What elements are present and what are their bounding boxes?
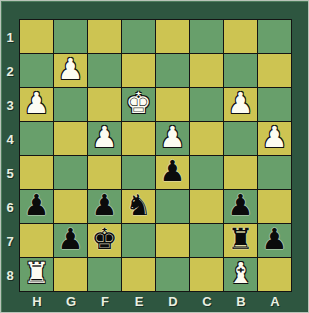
square-e7[interactable] <box>122 224 155 257</box>
square-a3[interactable] <box>258 88 291 121</box>
black-king: ♚ <box>92 225 118 254</box>
black-pawn: ♟ <box>160 157 186 186</box>
square-c8[interactable] <box>190 258 223 291</box>
square-d3[interactable] <box>156 88 189 121</box>
square-b5[interactable] <box>224 156 257 189</box>
square-h8[interactable]: ♜ <box>20 258 53 291</box>
square-f5[interactable] <box>88 156 121 189</box>
chess-board-panel: 12345678 ♟♟♚♟♟♟♟♟♟♟♞♟♟♚♜♟♜♝ HGFEDCBA <box>0 0 309 313</box>
rank-label-2: 2 <box>1 54 19 88</box>
square-h1[interactable] <box>20 20 53 53</box>
rank-labels: 12345678 <box>1 20 19 292</box>
square-e3[interactable]: ♚ <box>122 88 155 121</box>
rank-label-3: 3 <box>1 88 19 122</box>
square-g1[interactable] <box>54 20 87 53</box>
square-h5[interactable] <box>20 156 53 189</box>
square-g2[interactable]: ♟ <box>54 54 87 87</box>
black-pawn: ♟ <box>58 225 84 254</box>
square-b4[interactable] <box>224 122 257 155</box>
square-b3[interactable]: ♟ <box>224 88 257 121</box>
file-labels: HGFEDCBA <box>20 292 292 311</box>
square-a4[interactable]: ♟ <box>258 122 291 155</box>
black-pawn: ♟ <box>24 191 50 220</box>
square-b1[interactable] <box>224 20 257 53</box>
black-knight: ♞ <box>126 191 152 220</box>
white-bishop: ♝ <box>228 259 254 288</box>
square-f3[interactable] <box>88 88 121 121</box>
square-g4[interactable] <box>54 122 87 155</box>
square-d5[interactable]: ♟ <box>156 156 189 189</box>
rank-label-5: 5 <box>1 156 19 190</box>
square-b8[interactable]: ♝ <box>224 258 257 291</box>
square-c6[interactable] <box>190 190 223 223</box>
rank-label-8: 8 <box>1 258 19 292</box>
square-g6[interactable] <box>54 190 87 223</box>
file-label-f: F <box>88 292 122 311</box>
square-a6[interactable] <box>258 190 291 223</box>
square-f7[interactable]: ♚ <box>88 224 121 257</box>
square-a2[interactable] <box>258 54 291 87</box>
square-b6[interactable]: ♟ <box>224 190 257 223</box>
rank-label-1: 1 <box>1 20 19 54</box>
square-d4[interactable]: ♟ <box>156 122 189 155</box>
file-label-e: E <box>122 292 156 311</box>
white-pawn: ♟ <box>24 89 50 118</box>
square-d7[interactable] <box>156 224 189 257</box>
file-label-d: D <box>156 292 190 311</box>
square-f8[interactable] <box>88 258 121 291</box>
black-pawn: ♟ <box>92 191 118 220</box>
rank-label-4: 4 <box>1 122 19 156</box>
square-d8[interactable] <box>156 258 189 291</box>
file-label-g: G <box>54 292 88 311</box>
square-e1[interactable] <box>122 20 155 53</box>
square-d2[interactable] <box>156 54 189 87</box>
square-b2[interactable] <box>224 54 257 87</box>
rank-label-6: 6 <box>1 190 19 224</box>
square-c5[interactable] <box>190 156 223 189</box>
square-f6[interactable]: ♟ <box>88 190 121 223</box>
square-b7[interactable]: ♜ <box>224 224 257 257</box>
square-g3[interactable] <box>54 88 87 121</box>
square-h3[interactable]: ♟ <box>20 88 53 121</box>
file-label-c: C <box>190 292 224 311</box>
square-f2[interactable] <box>88 54 121 87</box>
square-c4[interactable] <box>190 122 223 155</box>
square-f4[interactable]: ♟ <box>88 122 121 155</box>
white-pawn: ♟ <box>160 123 186 152</box>
square-d6[interactable] <box>156 190 189 223</box>
square-f1[interactable] <box>88 20 121 53</box>
square-c1[interactable] <box>190 20 223 53</box>
square-e5[interactable] <box>122 156 155 189</box>
file-label-b: B <box>224 292 258 311</box>
white-pawn: ♟ <box>228 89 254 118</box>
square-e8[interactable] <box>122 258 155 291</box>
square-a7[interactable]: ♟ <box>258 224 291 257</box>
white-pawn: ♟ <box>92 123 118 152</box>
rank-label-7: 7 <box>1 224 19 258</box>
square-e6[interactable]: ♞ <box>122 190 155 223</box>
black-pawn: ♟ <box>262 225 288 254</box>
file-label-a: A <box>258 292 292 311</box>
square-c2[interactable] <box>190 54 223 87</box>
black-rook: ♜ <box>228 225 254 254</box>
square-h7[interactable] <box>20 224 53 257</box>
white-pawn: ♟ <box>58 55 84 84</box>
square-g7[interactable]: ♟ <box>54 224 87 257</box>
square-h2[interactable] <box>20 54 53 87</box>
white-rook: ♜ <box>24 259 50 288</box>
chess-board: ♟♟♚♟♟♟♟♟♟♟♞♟♟♚♜♟♜♝ <box>19 19 292 292</box>
white-king: ♚ <box>126 89 152 118</box>
square-c7[interactable] <box>190 224 223 257</box>
square-e2[interactable] <box>122 54 155 87</box>
square-a5[interactable] <box>258 156 291 189</box>
square-c3[interactable] <box>190 88 223 121</box>
file-label-h: H <box>20 292 54 311</box>
square-d1[interactable] <box>156 20 189 53</box>
square-g5[interactable] <box>54 156 87 189</box>
square-g8[interactable] <box>54 258 87 291</box>
square-a1[interactable] <box>258 20 291 53</box>
black-pawn: ♟ <box>228 191 254 220</box>
square-a8[interactable] <box>258 258 291 291</box>
square-h4[interactable] <box>20 122 53 155</box>
square-e4[interactable] <box>122 122 155 155</box>
white-pawn: ♟ <box>262 123 288 152</box>
square-h6[interactable]: ♟ <box>20 190 53 223</box>
